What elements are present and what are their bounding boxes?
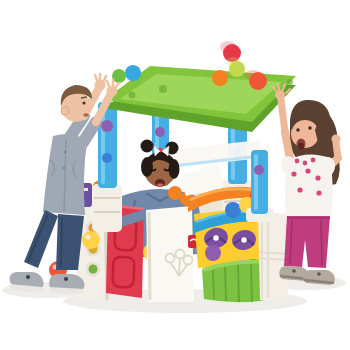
yellow-ball-on-wall: [82, 231, 100, 249]
ball-in-column-blue: [102, 153, 112, 163]
right-corner-pillar: [258, 212, 288, 302]
boy-mouth: [83, 113, 89, 117]
roof-knob: [287, 79, 293, 85]
column-tube: [251, 150, 268, 214]
boy-ear: [61, 107, 69, 115]
girl-shoe-front: [303, 270, 335, 285]
column-highlight: [254, 154, 258, 210]
ball-in-column-purple: [254, 165, 264, 175]
flower-dot: [291, 171, 296, 176]
flower-dot: [297, 187, 302, 192]
ball-highlight: [86, 235, 91, 240]
flower-dot: [315, 175, 320, 180]
dial-green: [89, 265, 98, 274]
lime-falling-ball: [229, 61, 245, 77]
purple-ball: [205, 245, 221, 261]
tongue: [157, 183, 163, 187]
girl-hand: [332, 135, 341, 144]
flower-dot: [303, 161, 308, 166]
flower-dot: [295, 159, 300, 164]
sky-blue-ball-on-roof: [125, 65, 141, 81]
boy-brow: [81, 97, 87, 98]
column-pedestal: [92, 184, 122, 232]
boy-shoe-back: [9, 272, 44, 292]
flower-dot: [316, 190, 321, 195]
forearm: [336, 143, 338, 158]
pigtail-left: [141, 140, 154, 153]
shoe-lace: [317, 272, 321, 276]
red-orange-falling-ball: [249, 72, 267, 90]
roof-knob: [159, 85, 167, 93]
product-photo: [0, 0, 350, 350]
blue-ball-on-rail: [225, 202, 241, 218]
orange-ball-on-roof: [212, 70, 228, 86]
flower-dot: [311, 158, 316, 163]
shirt-button: [64, 151, 67, 154]
shoe-lace: [26, 275, 30, 279]
flower-dot: [305, 168, 310, 173]
roof-knob: [129, 92, 136, 99]
shoe-lace: [64, 277, 68, 281]
spinner-hub: [241, 237, 247, 243]
pillar-shading: [149, 212, 150, 300]
shirt-button: [63, 167, 66, 170]
boy-eye: [82, 101, 85, 104]
denim-forearm: [124, 214, 146, 221]
shoe-lace: [292, 269, 296, 273]
forearm: [281, 100, 285, 132]
ball-in-column-purple: [101, 120, 113, 132]
orange-ball-on-rim: [168, 186, 182, 200]
boy-shoe-front: [49, 274, 84, 294]
girl-eye: [296, 128, 299, 131]
girl-eye: [308, 126, 311, 129]
ball-in-column-purple: [155, 127, 165, 137]
mouth-inner: [298, 143, 304, 150]
spinner-hub: [213, 235, 219, 241]
